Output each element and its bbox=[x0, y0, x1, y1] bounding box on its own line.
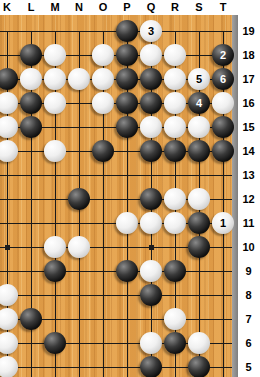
stone-O17-white[interactable] bbox=[92, 68, 114, 90]
stone-Q15-white[interactable] bbox=[140, 116, 162, 138]
row-label-10: 10 bbox=[238, 239, 259, 255]
stone-R16-white[interactable] bbox=[164, 92, 186, 114]
stone-T17-black[interactable]: 6 bbox=[212, 68, 234, 90]
row-label-14: 14 bbox=[238, 143, 259, 159]
stone-R18-white[interactable] bbox=[164, 44, 186, 66]
stone-M17-white[interactable] bbox=[44, 68, 66, 90]
stone-R6-black[interactable] bbox=[164, 332, 186, 354]
row-label-19: 19 bbox=[238, 23, 259, 39]
stone-Q5-black[interactable] bbox=[140, 356, 162, 377]
stone-Q9-white[interactable] bbox=[140, 260, 162, 282]
row-label-17: 17 bbox=[238, 71, 259, 87]
stone-M10-white[interactable] bbox=[44, 236, 66, 258]
stone-O16-white[interactable] bbox=[92, 92, 114, 114]
go-board-screen: 325641 KLMNOPQRST19181716151413121110987… bbox=[0, 0, 260, 377]
col-label-O: O bbox=[95, 1, 111, 14]
stone-N12-black[interactable] bbox=[68, 188, 90, 210]
stone-P15-black[interactable] bbox=[116, 116, 138, 138]
stone-S15-white[interactable] bbox=[188, 116, 210, 138]
stone-Q14-black[interactable] bbox=[140, 140, 162, 162]
stone-R14-black[interactable] bbox=[164, 140, 186, 162]
row-label-5: 5 bbox=[238, 359, 259, 375]
stone-T18-black[interactable]: 2 bbox=[212, 44, 234, 66]
stone-Q12-black[interactable] bbox=[140, 188, 162, 210]
stone-R11-white[interactable] bbox=[164, 212, 186, 234]
stone-R17-white[interactable] bbox=[164, 68, 186, 90]
stone-S10-black[interactable] bbox=[188, 236, 210, 258]
row-label-11: 11 bbox=[238, 215, 259, 231]
row-label-7: 7 bbox=[238, 311, 259, 327]
col-label-R: R bbox=[167, 1, 183, 14]
stone-S11-black[interactable] bbox=[188, 212, 210, 234]
stone-L17-white[interactable] bbox=[20, 68, 42, 90]
stone-M6-black[interactable] bbox=[44, 332, 66, 354]
stone-T16-white[interactable] bbox=[212, 92, 234, 114]
stone-S16-black[interactable]: 4 bbox=[188, 92, 210, 114]
stone-S17-white[interactable]: 5 bbox=[188, 68, 210, 90]
col-label-L: L bbox=[23, 1, 39, 14]
grid-hline-13 bbox=[0, 175, 232, 176]
stone-P9-black[interactable] bbox=[116, 260, 138, 282]
col-label-N: N bbox=[71, 1, 87, 14]
col-label-S: S bbox=[191, 1, 207, 14]
stone-L16-black[interactable] bbox=[20, 92, 42, 114]
col-label-K: K bbox=[0, 1, 15, 14]
stone-L15-black[interactable] bbox=[20, 116, 42, 138]
stone-P18-black[interactable] bbox=[116, 44, 138, 66]
stone-M16-white[interactable] bbox=[44, 92, 66, 114]
stone-Q8-black[interactable] bbox=[140, 284, 162, 306]
stone-P17-black[interactable] bbox=[116, 68, 138, 90]
stone-T14-black[interactable] bbox=[212, 140, 234, 162]
stone-Q6-white[interactable] bbox=[140, 332, 162, 354]
stone-N17-white[interactable] bbox=[68, 68, 90, 90]
move-number-3: 3 bbox=[148, 25, 154, 37]
move-number-5: 5 bbox=[196, 73, 202, 85]
stone-P11-white[interactable] bbox=[116, 212, 138, 234]
stone-S14-black[interactable] bbox=[188, 140, 210, 162]
grid-hline-8 bbox=[0, 295, 232, 296]
col-label-Q: Q bbox=[143, 1, 159, 14]
stone-M18-white[interactable] bbox=[44, 44, 66, 66]
row-label-18: 18 bbox=[238, 47, 259, 63]
stone-O18-white[interactable] bbox=[92, 44, 114, 66]
stone-Q19-white[interactable]: 3 bbox=[140, 20, 162, 42]
stone-K5-white[interactable] bbox=[0, 356, 18, 377]
star-point-Q10 bbox=[149, 245, 154, 250]
stone-M9-black[interactable] bbox=[44, 260, 66, 282]
stone-R15-white[interactable] bbox=[164, 116, 186, 138]
row-label-16: 16 bbox=[238, 95, 259, 111]
col-label-M: M bbox=[47, 1, 63, 14]
move-number-1: 1 bbox=[220, 217, 226, 229]
stone-S5-black[interactable] bbox=[188, 356, 210, 377]
move-number-6: 6 bbox=[220, 73, 226, 85]
stone-Q17-black[interactable] bbox=[140, 68, 162, 90]
stone-T11-white[interactable]: 1 bbox=[212, 212, 234, 234]
stone-L18-black[interactable] bbox=[20, 44, 42, 66]
stone-S6-white[interactable] bbox=[188, 332, 210, 354]
stone-T15-black[interactable] bbox=[212, 116, 234, 138]
row-label-12: 12 bbox=[238, 191, 259, 207]
row-label-13: 13 bbox=[238, 167, 259, 183]
stone-R7-white[interactable] bbox=[164, 308, 186, 330]
col-label-P: P bbox=[119, 1, 135, 14]
col-label-T: T bbox=[215, 1, 231, 14]
row-label-6: 6 bbox=[238, 335, 259, 351]
stone-O14-black[interactable] bbox=[92, 140, 114, 162]
stone-L7-black[interactable] bbox=[20, 308, 42, 330]
stone-Q11-white[interactable] bbox=[140, 212, 162, 234]
stone-Q16-black[interactable] bbox=[140, 92, 162, 114]
row-label-9: 9 bbox=[238, 263, 259, 279]
row-label-15: 15 bbox=[238, 119, 259, 135]
stone-Q18-white[interactable] bbox=[140, 44, 162, 66]
stone-P19-black[interactable] bbox=[116, 20, 138, 42]
row-label-8: 8 bbox=[238, 287, 259, 303]
stone-S12-white[interactable] bbox=[188, 188, 210, 210]
stone-R9-black[interactable] bbox=[164, 260, 186, 282]
stone-P16-black[interactable] bbox=[116, 92, 138, 114]
move-number-4: 4 bbox=[196, 97, 202, 109]
star-point-K10 bbox=[5, 245, 10, 250]
move-number-2: 2 bbox=[220, 49, 226, 61]
stone-M14-white[interactable] bbox=[44, 140, 66, 162]
stone-R12-white[interactable] bbox=[164, 188, 186, 210]
stone-N10-white[interactable] bbox=[68, 236, 90, 258]
